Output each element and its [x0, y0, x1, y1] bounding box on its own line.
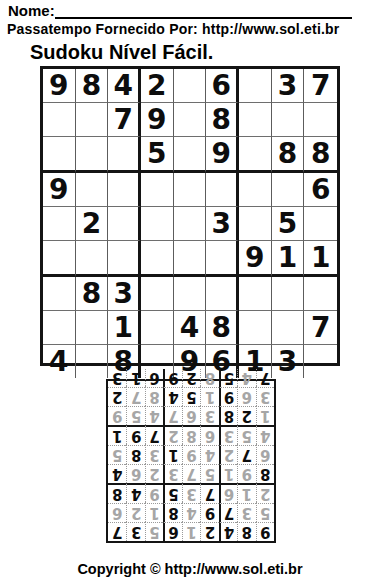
solution-cell-r9c4: 8 [200, 369, 218, 387]
sudoku-worksheet-page: Nome: Passatempo Fornecido Por: http://w… [0, 0, 380, 585]
puzzle-cell-r4c4 [141, 173, 174, 207]
puzzle-cell-r6c7: 9 [239, 241, 272, 277]
puzzle-cell-r3c1 [43, 137, 76, 173]
puzzle-cell-r1c7 [239, 69, 272, 103]
solution-cell-r8c2: 6 [237, 387, 255, 406]
puzzle-cell-r4c3 [108, 173, 141, 207]
puzzle-cell-r6c5 [174, 241, 207, 277]
puzzle-cell-r6c9: 1 [304, 241, 337, 277]
solution-cell-r3c6: 5 [163, 483, 181, 503]
solution-cell-r8c4: 1 [200, 387, 218, 406]
solution-cell-r1c6: 6 [163, 522, 181, 541]
puzzle-cell-r1c5 [174, 69, 207, 103]
solution-cell-r2c7: 1 [145, 503, 163, 522]
solution-cell-r4c9: 4 [108, 464, 126, 483]
solution-cell-r9c6: 9 [163, 369, 181, 387]
puzzle-cell-r1c6: 6 [206, 69, 239, 103]
solution-cell-r1c4: 2 [200, 522, 218, 541]
puzzle-cell-r5c3 [108, 207, 141, 241]
solution-cell-r1c2: 8 [237, 522, 255, 541]
solution-cell-r7c8: 5 [126, 406, 144, 425]
puzzle-cell-r8c5: 4 [174, 311, 207, 345]
solution-cell-r3c2: 1 [237, 483, 255, 503]
puzzle-cell-r1c9: 7 [304, 69, 337, 103]
solution-cell-r8c6: 4 [163, 387, 181, 406]
puzzle-cell-r7c9 [304, 277, 337, 311]
solution-cell-r8c7: 8 [145, 387, 163, 406]
puzzle-cell-r8c9: 7 [304, 311, 337, 345]
puzzle-cell-r2c6: 8 [206, 103, 239, 137]
solution-cell-r6c7: 7 [145, 425, 163, 445]
puzzle-cell-r5c8: 5 [272, 207, 305, 241]
solution-cell-r9c7: 6 [145, 369, 163, 387]
solution-cell-r7c3: 8 [219, 406, 237, 425]
puzzle-cell-r8c1 [43, 311, 76, 345]
solution-cell-r5c3: 2 [219, 445, 237, 464]
copyright-line: Copyright © http://www.sol.eti.br [0, 561, 380, 577]
solution-cell-r4c8: 6 [126, 464, 144, 483]
sudoku-solution-grid-rotated: 9842165375379481262167359488915732646724… [106, 379, 276, 543]
solution-cell-r9c2: 4 [237, 369, 255, 387]
solution-cell-r6c3: 3 [219, 425, 237, 445]
puzzle-cell-r2c4: 9 [141, 103, 174, 137]
puzzle-cell-r5c6: 3 [206, 207, 239, 241]
solution-cell-r7c6: 7 [163, 406, 181, 425]
puzzle-cell-r7c4 [141, 277, 174, 311]
puzzle-cell-r8c8 [272, 311, 305, 345]
solution-cell-r3c1: 2 [256, 483, 274, 503]
puzzle-cell-r5c9 [304, 207, 337, 241]
solution-cell-r5c1: 6 [256, 445, 274, 464]
solution-cell-r7c2: 2 [237, 406, 255, 425]
solution-cell-r2c8: 2 [126, 503, 144, 522]
solution-cell-r1c8: 3 [126, 522, 144, 541]
solution-cell-r6c9: 1 [108, 425, 126, 445]
puzzle-cell-r4c8 [272, 173, 305, 207]
puzzle-cell-r3c6: 9 [206, 137, 239, 173]
solution-cell-r9c1: 7 [256, 369, 274, 387]
puzzle-cell-r9c9 [304, 345, 337, 378]
puzzle-cell-r8c7 [239, 311, 272, 345]
solution-cell-r4c5: 7 [182, 464, 200, 483]
puzzle-cell-r4c6 [206, 173, 239, 207]
puzzle-cell-r2c9 [304, 103, 337, 137]
solution-cell-r8c3: 9 [219, 387, 237, 406]
solution-cell-r3c4: 7 [200, 483, 218, 503]
solution-cell-r9c9: 3 [108, 369, 126, 387]
puzzle-cell-r6c4 [141, 241, 174, 277]
solution-cell-r1c1: 9 [256, 522, 274, 541]
puzzle-cell-r5c7 [239, 207, 272, 241]
solution-cell-r2c3: 7 [219, 503, 237, 522]
solution-cell-r5c6: 1 [163, 445, 181, 464]
name-label: Nome: [8, 3, 55, 19]
puzzle-cell-r8c2 [76, 311, 109, 345]
solution-cell-r5c8: 8 [126, 445, 144, 464]
solution-cell-r4c7: 2 [145, 464, 163, 483]
puzzle-cell-r9c2 [76, 345, 109, 378]
solution-cell-r1c5: 1 [182, 522, 200, 541]
solution-cell-r3c9: 8 [108, 483, 126, 503]
provider-line: Passatempo Fornecido Por: http://www.sol… [7, 21, 339, 37]
solution-cell-r6c5: 8 [182, 425, 200, 445]
puzzle-cell-r4c9: 6 [304, 173, 337, 207]
solution-cell-r2c1: 5 [256, 503, 274, 522]
puzzle-cell-r9c1: 4 [43, 345, 76, 378]
puzzle-cell-r1c8: 3 [272, 69, 305, 103]
puzzle-cell-r1c1: 9 [43, 69, 76, 103]
solution-cell-r4c4: 5 [200, 464, 218, 483]
solution-cell-r6c2: 5 [237, 425, 255, 445]
puzzle-cell-r2c1 [43, 103, 76, 137]
puzzle-cell-r9c8: 3 [272, 345, 305, 378]
puzzle-cell-r5c5 [174, 207, 207, 241]
solution-cell-r5c2: 7 [237, 445, 255, 464]
puzzle-cell-r3c8: 8 [272, 137, 305, 173]
puzzle-cell-r2c5 [174, 103, 207, 137]
solution-cell-r6c1: 4 [256, 425, 274, 445]
puzzle-cell-r7c7 [239, 277, 272, 311]
solution-cell-r5c4: 4 [200, 445, 218, 464]
solution-cell-r7c1: 1 [256, 406, 274, 425]
solution-cell-r6c8: 9 [126, 425, 144, 445]
puzzle-cell-r5c1 [43, 207, 76, 241]
puzzle-cell-r2c3: 7 [108, 103, 141, 137]
puzzle-cell-r3c4: 5 [141, 137, 174, 173]
puzzle-cell-r7c3: 3 [108, 277, 141, 311]
solution-cell-r5c5: 9 [182, 445, 200, 464]
solution-cell-r6c4: 6 [200, 425, 218, 445]
solution-cell-r7c5: 6 [182, 406, 200, 425]
puzzle-cell-r3c5 [174, 137, 207, 173]
solution-cell-r2c5: 4 [182, 503, 200, 522]
solution-cell-r5c7: 3 [145, 445, 163, 464]
solution-cell-r4c3: 1 [219, 464, 237, 483]
solution-cell-r8c5: 5 [182, 387, 200, 406]
solution-cell-r7c9: 9 [108, 406, 126, 425]
puzzle-cell-r5c4 [141, 207, 174, 241]
solution-cell-r2c9: 6 [108, 503, 126, 522]
puzzle-cell-r2c2 [76, 103, 109, 137]
puzzle-cell-r4c2 [76, 173, 109, 207]
puzzle-cell-r4c7 [239, 173, 272, 207]
name-row: Nome: [8, 3, 352, 19]
puzzle-cell-r1c3: 4 [108, 69, 141, 103]
puzzle-cell-r3c7 [239, 137, 272, 173]
puzzle-cell-r3c2 [76, 137, 109, 173]
puzzle-cell-r6c3 [108, 241, 141, 277]
puzzle-cell-r3c9: 8 [304, 137, 337, 173]
puzzle-cell-r6c8: 1 [272, 241, 305, 277]
puzzle-cell-r6c2 [76, 241, 109, 277]
solution-cell-r7c4: 3 [200, 406, 218, 425]
solution-cell-r1c9: 7 [108, 522, 126, 541]
solution-cell-r8c8: 7 [126, 387, 144, 406]
solution-cell-r8c9: 2 [108, 387, 126, 406]
puzzle-cell-r1c2: 8 [76, 69, 109, 103]
puzzle-cell-r2c8 [272, 103, 305, 137]
puzzle-cell-r7c2: 8 [76, 277, 109, 311]
puzzle-cell-r2c7 [239, 103, 272, 137]
solution-cell-r4c1: 8 [256, 464, 274, 483]
puzzle-cell-r7c8 [272, 277, 305, 311]
solution-cell-r4c6: 3 [163, 464, 181, 483]
puzzle-cell-r4c5 [174, 173, 207, 207]
puzzle-cell-r6c6 [206, 241, 239, 277]
puzzle-cell-r7c1 [43, 277, 76, 311]
solution-cell-r3c8: 4 [126, 483, 144, 503]
puzzle-cell-r5c2: 2 [76, 207, 109, 241]
puzzle-cell-r8c6: 8 [206, 311, 239, 345]
sudoku-puzzle-grid: 9842637798598896235911831487489613 [40, 66, 340, 366]
solution-cell-r5c9: 5 [108, 445, 126, 464]
solution-cell-r2c6: 8 [163, 503, 181, 522]
name-underline [55, 3, 352, 19]
solution-cell-r3c3: 6 [219, 483, 237, 503]
puzzle-cell-r7c6 [206, 277, 239, 311]
puzzle-cell-r7c5 [174, 277, 207, 311]
puzzle-cell-r8c4 [141, 311, 174, 345]
solution-cell-r3c7: 9 [145, 483, 163, 503]
page-title: Sudoku Nível Fácil. [30, 41, 213, 64]
solution-cell-r3c5: 3 [182, 483, 200, 503]
solution-cell-r2c4: 9 [200, 503, 218, 522]
solution-cell-r6c6: 2 [163, 425, 181, 445]
puzzle-cell-r8c3: 1 [108, 311, 141, 345]
puzzle-cell-r3c3 [108, 137, 141, 173]
solution-cell-r1c7: 5 [145, 522, 163, 541]
puzzle-cell-r6c1 [43, 241, 76, 277]
puzzle-cell-r1c4: 2 [141, 69, 174, 103]
solution-cell-r9c5: 2 [182, 369, 200, 387]
puzzle-cell-r4c1: 9 [43, 173, 76, 207]
solution-cell-r7c7: 4 [145, 406, 163, 425]
solution-cell-r4c2: 9 [237, 464, 255, 483]
solution-cell-r9c3: 5 [219, 369, 237, 387]
solution-cell-r8c1: 3 [256, 387, 274, 406]
solution-cell-r9c8: 1 [126, 369, 144, 387]
solution-cell-r1c3: 4 [219, 522, 237, 541]
solution-cell-r2c2: 3 [237, 503, 255, 522]
